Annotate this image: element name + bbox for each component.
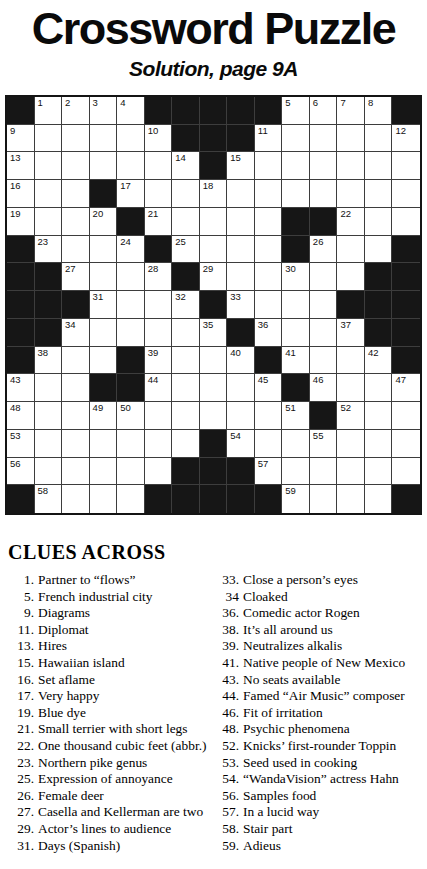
grid-cell-black [282, 208, 310, 236]
grid-cell[interactable] [337, 125, 365, 153]
grid-cell[interactable] [200, 402, 228, 430]
grid-cell[interactable] [337, 263, 365, 291]
grid-cell[interactable] [200, 347, 228, 375]
grid-cell[interactable] [172, 319, 200, 347]
grid-cell[interactable]: 4 [117, 97, 145, 125]
grid-cell[interactable] [365, 430, 393, 458]
clue-text: Stair part [243, 821, 292, 838]
grid-cell[interactable] [117, 430, 145, 458]
grid-cell-black [7, 263, 35, 291]
grid-cell[interactable] [310, 319, 338, 347]
grid-cell[interactable]: 14 [172, 152, 200, 180]
clue-text: Cloaked [243, 589, 288, 606]
grid-cell[interactable]: 31 [90, 291, 118, 319]
grid-cell[interactable] [365, 458, 393, 486]
grid-cell[interactable] [62, 458, 90, 486]
grid-cell-black [7, 291, 35, 319]
grid-cell[interactable] [227, 263, 255, 291]
grid-cell[interactable] [282, 291, 310, 319]
grid-cell[interactable] [62, 236, 90, 264]
cell-number: 44 [148, 375, 159, 385]
grid-cell[interactable] [337, 347, 365, 375]
grid-cell-black [7, 236, 35, 264]
grid-cell[interactable] [282, 319, 310, 347]
grid-cell-black [62, 291, 90, 319]
cell-number: 28 [148, 264, 159, 274]
grid-cell[interactable] [90, 152, 118, 180]
clue-item: 34Cloaked [205, 589, 419, 606]
cell-number: 17 [120, 181, 131, 191]
grid-cell[interactable] [365, 180, 393, 208]
grid-cell[interactable] [282, 180, 310, 208]
clue-text: Female deer [38, 788, 104, 805]
clue-number: 43. [205, 672, 239, 689]
grid-cell[interactable]: 25 [172, 236, 200, 264]
grid-cell[interactable] [90, 263, 118, 291]
grid-cell[interactable]: 18 [200, 180, 228, 208]
grid-cell[interactable]: 16 [7, 180, 35, 208]
grid-cell[interactable]: 10 [145, 125, 173, 153]
grid-cell[interactable]: 37 [337, 319, 365, 347]
grid-cell-black [117, 374, 145, 402]
grid-cell[interactable]: 7 [337, 97, 365, 125]
cell-number: 10 [148, 126, 159, 136]
grid-cell[interactable] [117, 263, 145, 291]
cell-number: 48 [10, 403, 21, 413]
grid-cell[interactable]: 54 [227, 430, 255, 458]
grid-cell[interactable] [255, 430, 283, 458]
grid-cell[interactable]: 17 [117, 180, 145, 208]
grid-cell[interactable] [365, 152, 393, 180]
cell-number: 6 [313, 98, 318, 108]
clue-item: 41.Native people of New Mexico [205, 655, 419, 672]
grid-cell[interactable] [90, 430, 118, 458]
grid-cell[interactable] [62, 347, 90, 375]
grid-cell[interactable] [255, 291, 283, 319]
grid-cell[interactable] [337, 485, 365, 513]
grid-cell[interactable] [255, 152, 283, 180]
grid-cell[interactable]: 48 [7, 402, 35, 430]
grid-cell[interactable] [35, 430, 63, 458]
cell-number: 40 [230, 348, 241, 358]
grid-cell[interactable] [62, 180, 90, 208]
cell-number: 49 [93, 403, 104, 413]
cell-number: 53 [10, 431, 21, 441]
grid-cell[interactable]: 27 [62, 263, 90, 291]
grid-cell-black [282, 374, 310, 402]
clue-item: 44.Famed “Air Music” composer [205, 688, 419, 705]
grid-cell[interactable] [310, 291, 338, 319]
clue-item: 25.Expression of annoyance [0, 771, 214, 788]
clue-number: 33. [205, 572, 239, 589]
clue-item: 23.Northern pike genus [0, 755, 214, 772]
clues-column-right: 33.Close a person’s eyes34Cloaked36.Come… [205, 572, 419, 854]
clue-text: Northern pike genus [38, 755, 147, 772]
clue-item: 54.“WandaVision” actress Hahn [205, 771, 419, 788]
grid-cell-black [35, 319, 63, 347]
clue-number: 29. [0, 821, 34, 838]
grid-cell[interactable]: 36 [255, 319, 283, 347]
grid-cell[interactable] [310, 263, 338, 291]
grid-cell[interactable]: 41 [282, 347, 310, 375]
grid-cell[interactable]: 21 [145, 208, 173, 236]
clue-number: 22. [0, 738, 34, 755]
grid-cell[interactable] [117, 125, 145, 153]
clue-item: 21.Small terrier with short legs [0, 721, 214, 738]
grid-cell[interactable] [145, 430, 173, 458]
grid-cell[interactable]: 15 [227, 152, 255, 180]
grid-cell[interactable] [227, 208, 255, 236]
grid-cell[interactable]: 51 [282, 402, 310, 430]
grid-cell[interactable] [282, 125, 310, 153]
grid-cell-black [227, 125, 255, 153]
grid-cell[interactable] [62, 152, 90, 180]
clue-number: 41. [205, 655, 239, 672]
grid-cell[interactable] [337, 430, 365, 458]
clue-text: Psychic phenomena [243, 721, 350, 738]
grid-cell[interactable] [90, 236, 118, 264]
clue-item: 26.Female deer [0, 788, 214, 805]
grid-cell-black [255, 485, 283, 513]
clue-number: 19. [0, 705, 34, 722]
grid-cell[interactable] [392, 180, 420, 208]
grid-cell[interactable] [227, 374, 255, 402]
grid-cell[interactable] [172, 374, 200, 402]
grid-cell[interactable]: 22 [337, 208, 365, 236]
grid-cell-black [90, 180, 118, 208]
grid-cell[interactable] [145, 402, 173, 430]
grid-cell[interactable]: 29 [200, 263, 228, 291]
grid-cell[interactable]: 3 [90, 97, 118, 125]
grid-cell[interactable] [227, 180, 255, 208]
grid-cell[interactable] [62, 402, 90, 430]
clue-number: 39. [205, 638, 239, 655]
grid-cell[interactable] [392, 430, 420, 458]
grid-cell-black [392, 97, 420, 125]
grid-cell-black [392, 291, 420, 319]
grid-cell[interactable]: 5 [282, 97, 310, 125]
grid-cell-black [365, 263, 393, 291]
grid-cell[interactable]: 34 [62, 319, 90, 347]
cell-number: 33 [230, 292, 241, 302]
grid-cell[interactable] [90, 319, 118, 347]
grid-cell[interactable] [365, 125, 393, 153]
grid-cell[interactable]: 52 [337, 402, 365, 430]
cell-number: 3 [93, 98, 98, 108]
grid-cell[interactable]: 33 [227, 291, 255, 319]
grid-cell[interactable]: 46 [310, 374, 338, 402]
cell-number: 14 [175, 153, 186, 163]
grid-cell[interactable] [337, 236, 365, 264]
grid-cell-black [35, 291, 63, 319]
grid-cell[interactable] [90, 458, 118, 486]
grid-cell-black [310, 402, 338, 430]
clue-number: 54. [205, 771, 239, 788]
cell-number: 18 [203, 181, 214, 191]
grid-cell[interactable] [310, 458, 338, 486]
grid-cell[interactable] [365, 402, 393, 430]
grid-cell[interactable]: 39 [145, 347, 173, 375]
clue-text: Neutralizes alkalis [243, 638, 342, 655]
clue-item: 46.Fit of irritation [205, 705, 419, 722]
clue-text: Knicks’ first-rounder Toppin [243, 738, 396, 755]
clue-number: 52. [205, 738, 239, 755]
grid-cell[interactable]: 45 [255, 374, 283, 402]
clue-text: Hawaiian island [38, 655, 125, 672]
cell-number: 39 [148, 348, 159, 358]
cell-number: 46 [313, 375, 324, 385]
cell-number: 30 [285, 264, 296, 274]
grid-cell[interactable] [35, 125, 63, 153]
cell-number: 51 [285, 403, 296, 413]
grid-cell[interactable] [145, 319, 173, 347]
grid-cell[interactable] [145, 458, 173, 486]
clue-text: Comedic actor Rogen [243, 605, 360, 622]
grid-cell[interactable] [117, 152, 145, 180]
grid-cell-black [172, 97, 200, 125]
grid-cell[interactable]: 26 [310, 236, 338, 264]
grid-cell-black [227, 458, 255, 486]
clue-item: 11.Diplomat [0, 622, 214, 639]
clue-number: 46. [205, 705, 239, 722]
grid-cell[interactable] [282, 458, 310, 486]
clue-text: Adieus [243, 838, 281, 855]
grid-cell[interactable] [172, 402, 200, 430]
grid-cell[interactable] [255, 208, 283, 236]
grid-cell[interactable] [392, 458, 420, 486]
grid-cell[interactable]: 28 [145, 263, 173, 291]
grid-cell[interactable]: 57 [255, 458, 283, 486]
clue-item: 58.Stair part [205, 821, 419, 838]
clue-number: 36. [205, 605, 239, 622]
clue-number: 25. [0, 771, 34, 788]
cell-number: 56 [10, 459, 21, 469]
grid-cell[interactable] [227, 402, 255, 430]
grid-cell[interactable] [35, 402, 63, 430]
grid-cell[interactable] [172, 430, 200, 458]
cell-number: 50 [120, 403, 131, 413]
clue-text: Samples food [243, 788, 316, 805]
grid-cell[interactable] [337, 152, 365, 180]
grid-cell[interactable]: 2 [62, 97, 90, 125]
grid-cell-black [200, 430, 228, 458]
grid-cell[interactable]: 24 [117, 236, 145, 264]
grid-cell[interactable] [255, 180, 283, 208]
grid-cell[interactable]: 11 [255, 125, 283, 153]
clue-text: Set aflame [38, 672, 95, 689]
grid-cell[interactable]: 58 [35, 485, 63, 513]
grid-cell[interactable] [365, 485, 393, 513]
grid-cell[interactable] [255, 263, 283, 291]
grid-cell[interactable] [392, 152, 420, 180]
grid-cell-black [392, 347, 420, 375]
clue-text: Casella and Kellerman are two [38, 804, 203, 821]
grid-cell[interactable] [172, 208, 200, 236]
grid-cell[interactable] [62, 430, 90, 458]
clue-text: Days (Spanish) [38, 838, 120, 855]
grid-cell[interactable] [62, 485, 90, 513]
grid-cell[interactable] [145, 291, 173, 319]
grid-cell-black [392, 485, 420, 513]
clue-item: 59.Adieus [205, 838, 419, 855]
grid-cell[interactable] [35, 458, 63, 486]
grid-cell[interactable] [255, 236, 283, 264]
grid-cell[interactable] [117, 291, 145, 319]
clue-text: Native people of New Mexico [243, 655, 405, 672]
grid-cell[interactable] [337, 180, 365, 208]
cell-number: 57 [258, 459, 269, 469]
grid-cell[interactable]: 55 [310, 430, 338, 458]
grid-cell[interactable]: 32 [172, 291, 200, 319]
grid-cell[interactable] [310, 152, 338, 180]
clue-item: 38.It’s all around us [205, 622, 419, 639]
grid-cell[interactable] [310, 347, 338, 375]
grid-cell[interactable] [117, 485, 145, 513]
grid-cell[interactable]: 6 [310, 97, 338, 125]
grid-cell[interactable] [145, 152, 173, 180]
clue-number: 5. [0, 589, 34, 606]
grid-cell[interactable] [365, 208, 393, 236]
cell-number: 24 [120, 237, 131, 247]
grid-cell[interactable] [337, 374, 365, 402]
clue-number: 27. [0, 804, 34, 821]
cell-number: 2 [65, 98, 70, 108]
grid-cell[interactable]: 47 [392, 374, 420, 402]
grid-cell[interactable]: 35 [200, 319, 228, 347]
grid-cell[interactable] [62, 374, 90, 402]
cell-number: 59 [285, 486, 296, 496]
grid-cell[interactable] [337, 458, 365, 486]
clue-item: 27.Casella and Kellerman are two [0, 804, 214, 821]
cell-number: 19 [10, 209, 21, 219]
grid-cell[interactable] [62, 208, 90, 236]
grid-cell[interactable]: 20 [90, 208, 118, 236]
grid-cell[interactable] [365, 236, 393, 264]
grid-cell[interactable] [35, 208, 63, 236]
grid-cell[interactable] [145, 180, 173, 208]
grid-cell[interactable] [200, 236, 228, 264]
grid-cell[interactable]: 43 [7, 374, 35, 402]
cell-number: 9 [10, 126, 15, 136]
grid-cell[interactable]: 8 [365, 97, 393, 125]
grid-cell-black [200, 485, 228, 513]
grid-cell[interactable] [62, 125, 90, 153]
grid-cell[interactable] [282, 430, 310, 458]
grid-cell[interactable]: 19 [7, 208, 35, 236]
grid-cell[interactable] [310, 485, 338, 513]
grid-cell[interactable] [35, 152, 63, 180]
cell-number: 52 [340, 403, 351, 413]
grid-cell[interactable] [365, 374, 393, 402]
clue-text: French industrial city [38, 589, 153, 606]
page-subtitle: Solution, page 9A [0, 57, 427, 81]
grid-cell[interactable]: 23 [35, 236, 63, 264]
grid-cell-black [200, 97, 228, 125]
grid-cell[interactable]: 59 [282, 485, 310, 513]
grid-cell[interactable] [117, 319, 145, 347]
grid-cell[interactable] [310, 180, 338, 208]
clue-number: 48. [205, 721, 239, 738]
grid-cell[interactable] [255, 402, 283, 430]
cell-number: 4 [120, 98, 125, 108]
grid-cell-black [7, 97, 35, 125]
grid-cell[interactable] [392, 402, 420, 430]
grid-cell[interactable] [200, 374, 228, 402]
clue-number: 23. [0, 755, 34, 772]
grid-cell[interactable]: 42 [365, 347, 393, 375]
grid-cell[interactable]: 53 [7, 430, 35, 458]
clue-item: 36.Comedic actor Rogen [205, 605, 419, 622]
clue-number: 58. [205, 821, 239, 838]
grid-cell[interactable]: 30 [282, 263, 310, 291]
grid-cell[interactable] [227, 236, 255, 264]
grid-cell-black [7, 347, 35, 375]
cell-number: 32 [175, 292, 186, 302]
grid-cell[interactable] [392, 208, 420, 236]
grid-cell[interactable]: 1 [35, 97, 63, 125]
cell-number: 37 [340, 320, 351, 330]
clue-text: No seats available [243, 672, 340, 689]
cell-number: 15 [230, 153, 241, 163]
clue-text: Hires [38, 638, 67, 655]
page-title: Crossword Puzzle [0, 4, 427, 54]
clue-text: Partner to “flows” [38, 572, 135, 589]
clue-number: 34 [205, 589, 239, 606]
cell-number: 5 [285, 98, 290, 108]
grid-cell[interactable] [200, 208, 228, 236]
grid-cell-black [200, 291, 228, 319]
clue-item: 31.Days (Spanish) [0, 838, 214, 855]
grid-cell[interactable]: 50 [117, 402, 145, 430]
grid-cell[interactable] [90, 125, 118, 153]
grid-cell[interactable] [282, 152, 310, 180]
clue-text: “WandaVision” actress Hahn [243, 771, 399, 788]
cell-number: 29 [203, 264, 214, 274]
clue-number: 9. [0, 605, 34, 622]
grid-cell[interactable]: 56 [7, 458, 35, 486]
grid-cell[interactable] [90, 347, 118, 375]
cell-number: 22 [340, 209, 351, 219]
clue-text: Famed “Air Music” composer [243, 688, 405, 705]
grid-cell[interactable]: 12 [392, 125, 420, 153]
cell-number: 8 [368, 98, 373, 108]
grid-cell[interactable]: 44 [145, 374, 173, 402]
cell-number: 7 [340, 98, 345, 108]
grid-cell[interactable] [117, 458, 145, 486]
grid-cell[interactable] [35, 374, 63, 402]
grid-cell[interactable]: 9 [7, 125, 35, 153]
cell-number: 13 [10, 153, 21, 163]
grid-cell[interactable]: 38 [35, 347, 63, 375]
grid-cell[interactable] [172, 180, 200, 208]
grid-cell-black [172, 263, 200, 291]
cell-number: 21 [148, 209, 159, 219]
clue-text: One thousand cubic feet (abbr.) [38, 738, 206, 755]
grid-cell[interactable] [172, 347, 200, 375]
grid-cell[interactable]: 40 [227, 347, 255, 375]
grid-cell[interactable] [35, 180, 63, 208]
grid-cell[interactable] [90, 485, 118, 513]
cell-number: 38 [38, 348, 49, 358]
grid-cell[interactable] [310, 125, 338, 153]
grid-cell-black [227, 319, 255, 347]
cell-number: 16 [10, 181, 21, 191]
grid-cell[interactable]: 49 [90, 402, 118, 430]
grid-cell-black [7, 319, 35, 347]
grid-cell-black [365, 319, 393, 347]
clue-number: 38. [205, 622, 239, 639]
grid-cell[interactable]: 13 [7, 152, 35, 180]
